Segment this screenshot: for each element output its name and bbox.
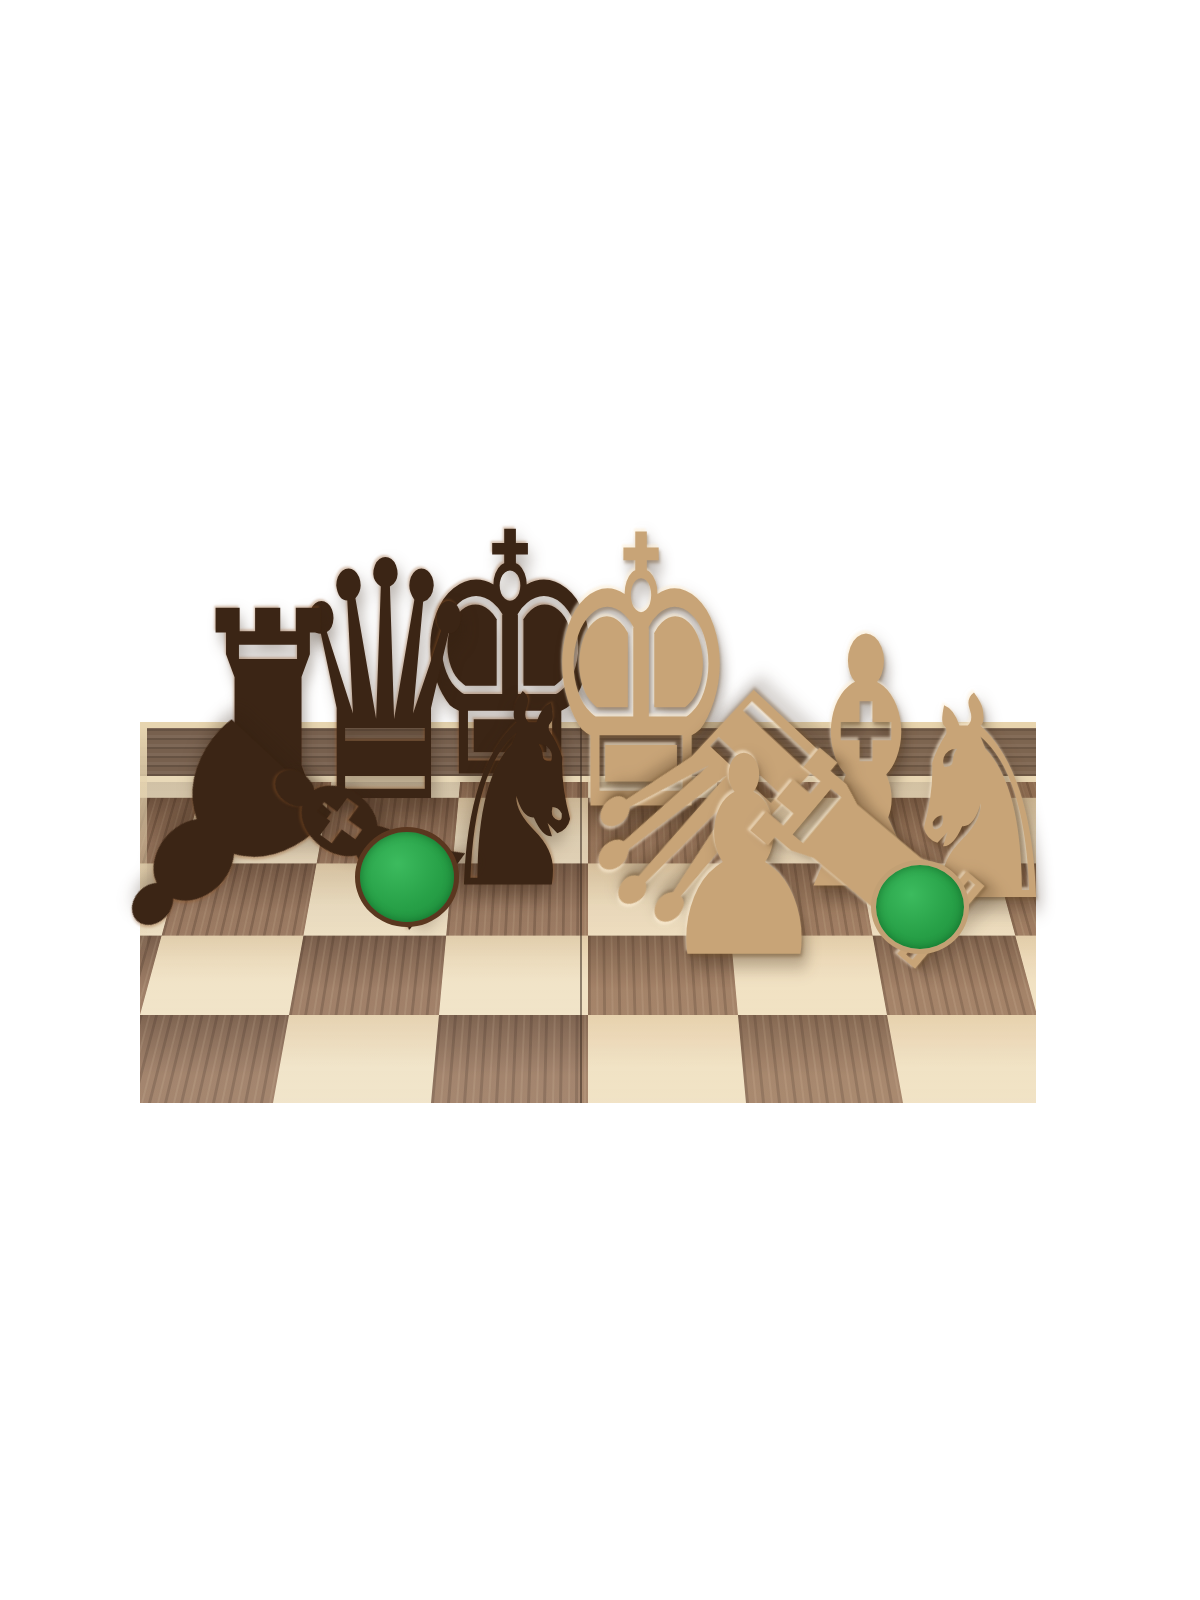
maple-square [859, 863, 1014, 935]
maple-square [181, 798, 329, 864]
maple-square [452, 798, 588, 864]
maple-square [588, 1015, 746, 1103]
maple-square [718, 798, 860, 864]
maple-square [588, 782, 718, 798]
chess-board: 7O [140, 722, 1036, 1103]
chess-product-photo: 7O ♟♜♛♚♞♝♚♛♟♝♜♞ [140, 535, 1036, 1103]
board-left-edge [140, 728, 147, 958]
rail-coordinate-mark: O [353, 738, 373, 764]
board-squares-plane [140, 782, 1036, 1103]
page: 7O ♟♜♛♚♞♝♚♛♟♝♜♞ [0, 0, 1200, 1600]
maple-square [438, 936, 588, 1015]
maple-square [273, 1015, 438, 1103]
walnut-square [712, 782, 847, 798]
board-squares-viewport [140, 782, 1036, 1103]
walnut-square [446, 863, 588, 935]
walnut-square [847, 798, 995, 864]
walnut-square [161, 863, 316, 935]
walnut-square [458, 782, 588, 798]
walnut-square [199, 782, 340, 798]
maple-square [588, 863, 730, 935]
walnut-square [317, 798, 459, 864]
walnut-square [588, 936, 738, 1015]
walnut-square [724, 863, 873, 935]
walnut-square [289, 936, 446, 1015]
walnut-square [588, 798, 724, 864]
board-fold-seam [580, 722, 582, 1103]
walnut-square [140, 1015, 289, 1103]
board-rail: 7O [140, 728, 1036, 776]
walnut-square [873, 936, 1036, 1015]
maple-square [303, 863, 452, 935]
rail-coordinate-mark: 7 [213, 738, 227, 764]
maple-square [837, 782, 978, 798]
walnut-square [738, 1015, 903, 1103]
maple-square [730, 936, 887, 1015]
maple-square [329, 782, 464, 798]
walnut-square [431, 1015, 589, 1103]
maple-square [887, 1015, 1036, 1103]
maple-square [140, 936, 303, 1015]
